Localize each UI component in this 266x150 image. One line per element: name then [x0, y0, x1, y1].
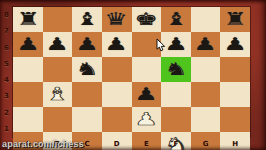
- piece-black-pawn[interactable]: ♟: [164, 35, 188, 53]
- rank-label-1: 1: [0, 121, 13, 137]
- square-h6[interactable]: [220, 57, 250, 82]
- square-c7[interactable]: ♟: [72, 32, 102, 57]
- rank-label-8: 8: [0, 7, 13, 23]
- square-a5[interactable]: [13, 82, 43, 107]
- square-d4[interactable]: [102, 107, 132, 132]
- piece-black-rook[interactable]: ♜: [223, 10, 247, 28]
- square-g4[interactable]: [191, 107, 221, 132]
- square-e7[interactable]: [132, 32, 162, 57]
- piece-black-bishop[interactable]: ♝: [75, 10, 99, 28]
- piece-black-knight[interactable]: ♞: [75, 60, 99, 78]
- square-f8[interactable]: ♝: [161, 7, 191, 32]
- rank-label-3: 3: [0, 88, 13, 104]
- square-a4[interactable]: [13, 107, 43, 132]
- piece-white-bishop[interactable]: ♝: [46, 85, 70, 103]
- square-e8[interactable]: ♚: [132, 7, 162, 32]
- square-f7[interactable]: ♟: [161, 32, 191, 57]
- piece-black-bishop[interactable]: ♝: [164, 10, 188, 28]
- piece-black-queen[interactable]: ♛: [105, 10, 129, 28]
- rank-label-7: 7: [0, 23, 13, 39]
- piece-black-knight[interactable]: ♞: [164, 60, 188, 78]
- piece-black-pawn[interactable]: ♟: [16, 35, 40, 53]
- square-a7[interactable]: ♟: [13, 32, 43, 57]
- square-b8[interactable]: [43, 7, 73, 32]
- piece-black-pawn[interactable]: ♟: [46, 35, 70, 53]
- square-a8[interactable]: ♜: [13, 7, 43, 32]
- square-c6[interactable]: ♞: [72, 57, 102, 82]
- square-f4[interactable]: [161, 107, 191, 132]
- piece-black-pawn[interactable]: ♟: [223, 35, 247, 53]
- square-d7[interactable]: ♟: [102, 32, 132, 57]
- square-a6[interactable]: [13, 57, 43, 82]
- piece-black-pawn[interactable]: ♟: [105, 35, 129, 53]
- file-label-e: E: [132, 137, 162, 150]
- rank-label-4: 4: [0, 72, 13, 88]
- chess-board[interactable]: ♜♝♛♚♝♜♟♟♟♟♟♟♟♞♞♝♟♟♞♟♟♟♟♟♟♟♜♞♝♛♚♜: [13, 7, 250, 137]
- square-e6[interactable]: [132, 57, 162, 82]
- square-d6[interactable]: [102, 57, 132, 82]
- square-e5[interactable]: ♟: [132, 82, 162, 107]
- piece-black-pawn[interactable]: ♟: [194, 35, 218, 53]
- square-f5[interactable]: [161, 82, 191, 107]
- file-label-g: G: [191, 137, 221, 150]
- square-b7[interactable]: ♟: [43, 32, 73, 57]
- square-f6[interactable]: ♞: [161, 57, 191, 82]
- piece-black-king[interactable]: ♚: [134, 10, 158, 28]
- chess-video-frame: 87654321 ♜♝♛♚♝♜♟♟♟♟♟♟♟♞♞♝♟♟♞♟♟♟♟♟♟♟♜♞♝♛♚…: [0, 0, 266, 150]
- square-g7[interactable]: ♟: [191, 32, 221, 57]
- square-b6[interactable]: [43, 57, 73, 82]
- square-g6[interactable]: [191, 57, 221, 82]
- piece-white-pawn[interactable]: ♟: [134, 110, 158, 128]
- rank-label-5: 5: [0, 56, 13, 72]
- square-b5[interactable]: ♝: [43, 82, 73, 107]
- file-label-d: D: [102, 137, 132, 150]
- piece-black-pawn[interactable]: ♟: [134, 85, 158, 103]
- square-e4[interactable]: ♟: [132, 107, 162, 132]
- rank-label-6: 6: [0, 40, 13, 56]
- square-g5[interactable]: [191, 82, 221, 107]
- square-h7[interactable]: ♟: [220, 32, 250, 57]
- file-label-h: H: [220, 137, 250, 150]
- rank-labels: 87654321: [0, 7, 13, 137]
- square-c4[interactable]: [72, 107, 102, 132]
- square-h5[interactable]: [220, 82, 250, 107]
- square-b4[interactable]: [43, 107, 73, 132]
- square-h8[interactable]: ♜: [220, 7, 250, 32]
- square-c8[interactable]: ♝: [72, 7, 102, 32]
- piece-black-rook[interactable]: ♜: [16, 10, 40, 28]
- square-h4[interactable]: [220, 107, 250, 132]
- piece-black-pawn[interactable]: ♟: [75, 35, 99, 53]
- rank-label-2: 2: [0, 105, 13, 121]
- square-g8[interactable]: [191, 7, 221, 32]
- watermark-text: aparat.com/ichess: [2, 139, 84, 149]
- square-c5[interactable]: [72, 82, 102, 107]
- square-d8[interactable]: ♛: [102, 7, 132, 32]
- square-d5[interactable]: [102, 82, 132, 107]
- file-label-f: F: [161, 137, 191, 150]
